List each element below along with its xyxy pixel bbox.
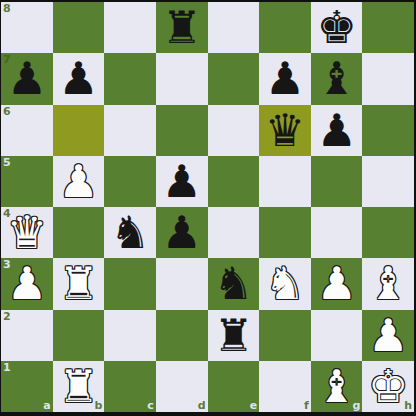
square-f8[interactable] bbox=[259, 2, 311, 53]
file-label-e: e bbox=[250, 400, 257, 411]
square-b3[interactable]: ♜ bbox=[53, 258, 105, 309]
piece-white-pawn[interactable]: ♟ bbox=[1, 258, 53, 309]
square-a6[interactable]: 6 bbox=[1, 105, 53, 156]
square-h3[interactable]: ♝ bbox=[362, 258, 414, 309]
square-h7[interactable] bbox=[362, 53, 414, 104]
piece-white-pawn[interactable]: ♟ bbox=[53, 156, 105, 207]
piece-black-pawn[interactable]: ♟ bbox=[53, 53, 105, 104]
square-f3[interactable]: ♞ bbox=[259, 258, 311, 309]
file-label-c: c bbox=[147, 400, 154, 411]
square-e4[interactable] bbox=[208, 207, 260, 258]
piece-black-pawn[interactable]: ♟ bbox=[311, 105, 363, 156]
piece-white-rook[interactable]: ♜ bbox=[53, 361, 105, 412]
square-b8[interactable] bbox=[53, 2, 105, 53]
square-d7[interactable] bbox=[156, 53, 208, 104]
square-a5[interactable]: 5 bbox=[1, 156, 53, 207]
square-b5[interactable]: ♟ bbox=[53, 156, 105, 207]
square-h5[interactable] bbox=[362, 156, 414, 207]
square-c8[interactable] bbox=[104, 2, 156, 53]
square-h2[interactable]: ♟ bbox=[362, 310, 414, 361]
piece-white-king[interactable]: ♚ bbox=[362, 361, 414, 412]
file-label-a: a bbox=[43, 400, 50, 411]
square-a3[interactable]: ♟3 bbox=[1, 258, 53, 309]
piece-white-bishop[interactable]: ♝ bbox=[311, 361, 363, 412]
square-d3[interactable] bbox=[156, 258, 208, 309]
square-f1[interactable]: f bbox=[259, 361, 311, 412]
square-c4[interactable]: ♞ bbox=[104, 207, 156, 258]
square-b2[interactable] bbox=[53, 310, 105, 361]
square-c1[interactable]: c bbox=[104, 361, 156, 412]
square-e6[interactable] bbox=[208, 105, 260, 156]
piece-white-pawn[interactable]: ♟ bbox=[311, 258, 363, 309]
square-e1[interactable]: e bbox=[208, 361, 260, 412]
square-c7[interactable] bbox=[104, 53, 156, 104]
square-h4[interactable] bbox=[362, 207, 414, 258]
piece-black-rook[interactable]: ♜ bbox=[156, 2, 208, 53]
square-a7[interactable]: ♟7 bbox=[1, 53, 53, 104]
square-b7[interactable]: ♟ bbox=[53, 53, 105, 104]
piece-white-rook[interactable]: ♜ bbox=[53, 258, 105, 309]
piece-black-knight[interactable]: ♞ bbox=[104, 207, 156, 258]
square-e3[interactable]: ♞ bbox=[208, 258, 260, 309]
square-f4[interactable] bbox=[259, 207, 311, 258]
square-e5[interactable] bbox=[208, 156, 260, 207]
square-e8[interactable] bbox=[208, 2, 260, 53]
square-b4[interactable] bbox=[53, 207, 105, 258]
square-d1[interactable]: d bbox=[156, 361, 208, 412]
square-f5[interactable] bbox=[259, 156, 311, 207]
square-d6[interactable] bbox=[156, 105, 208, 156]
square-d2[interactable] bbox=[156, 310, 208, 361]
square-e2[interactable]: ♜ bbox=[208, 310, 260, 361]
square-g4[interactable] bbox=[311, 207, 363, 258]
square-c3[interactable] bbox=[104, 258, 156, 309]
chess-board: 8♜♚♟7♟♟♝6♛♟5♟♟♛4♞♟♟3♜♞♞♟♝2♜♟1a♜bcdef♝g♚h bbox=[1, 2, 414, 412]
file-label-d: d bbox=[198, 400, 206, 411]
piece-black-pawn[interactable]: ♟ bbox=[1, 53, 53, 104]
square-h6[interactable] bbox=[362, 105, 414, 156]
square-f2[interactable] bbox=[259, 310, 311, 361]
square-c5[interactable] bbox=[104, 156, 156, 207]
square-g1[interactable]: ♝g bbox=[311, 361, 363, 412]
piece-white-pawn[interactable]: ♟ bbox=[362, 310, 414, 361]
square-b6[interactable] bbox=[53, 105, 105, 156]
square-g2[interactable] bbox=[311, 310, 363, 361]
square-g7[interactable]: ♝ bbox=[311, 53, 363, 104]
piece-black-bishop[interactable]: ♝ bbox=[311, 53, 363, 104]
square-c6[interactable] bbox=[104, 105, 156, 156]
square-d5[interactable]: ♟ bbox=[156, 156, 208, 207]
square-g8[interactable]: ♚ bbox=[311, 2, 363, 53]
rank-label-5: 5 bbox=[3, 157, 11, 168]
square-g5[interactable] bbox=[311, 156, 363, 207]
piece-black-pawn[interactable]: ♟ bbox=[259, 53, 311, 104]
square-f6[interactable]: ♛ bbox=[259, 105, 311, 156]
rank-label-2: 2 bbox=[3, 311, 11, 322]
square-g6[interactable]: ♟ bbox=[311, 105, 363, 156]
square-d4[interactable]: ♟ bbox=[156, 207, 208, 258]
file-label-f: f bbox=[304, 400, 309, 411]
square-d8[interactable]: ♜ bbox=[156, 2, 208, 53]
square-a4[interactable]: ♛4 bbox=[1, 207, 53, 258]
piece-white-knight[interactable]: ♞ bbox=[259, 258, 311, 309]
piece-white-queen[interactable]: ♛ bbox=[1, 207, 53, 258]
piece-black-pawn[interactable]: ♟ bbox=[156, 207, 208, 258]
piece-white-bishop[interactable]: ♝ bbox=[362, 258, 414, 309]
square-a2[interactable]: 2 bbox=[1, 310, 53, 361]
piece-black-queen[interactable]: ♛ bbox=[259, 105, 311, 156]
piece-black-knight[interactable]: ♞ bbox=[208, 258, 260, 309]
square-a1[interactable]: 1a bbox=[1, 361, 53, 412]
square-h8[interactable] bbox=[362, 2, 414, 53]
square-a8[interactable]: 8 bbox=[1, 2, 53, 53]
piece-black-king[interactable]: ♚ bbox=[311, 2, 363, 53]
square-h1[interactable]: ♚h bbox=[362, 361, 414, 412]
rank-label-8: 8 bbox=[3, 3, 11, 14]
chess-board-frame: 8♜♚♟7♟♟♝6♛♟5♟♟♛4♞♟♟3♜♞♞♟♝2♜♟1a♜bcdef♝g♚h bbox=[0, 0, 416, 416]
square-f7[interactable]: ♟ bbox=[259, 53, 311, 104]
rank-label-6: 6 bbox=[3, 106, 11, 117]
square-b1[interactable]: ♜b bbox=[53, 361, 105, 412]
square-c2[interactable] bbox=[104, 310, 156, 361]
square-e7[interactable] bbox=[208, 53, 260, 104]
piece-black-pawn[interactable]: ♟ bbox=[156, 156, 208, 207]
rank-label-1: 1 bbox=[3, 362, 11, 373]
square-g3[interactable]: ♟ bbox=[311, 258, 363, 309]
piece-black-rook[interactable]: ♜ bbox=[208, 310, 260, 361]
